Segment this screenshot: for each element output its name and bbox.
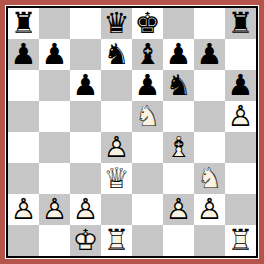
- black-queen-glyph: ♛: [101, 8, 132, 39]
- white-knight-outline: ♘: [194, 163, 225, 194]
- square-d8[interactable]: ♛: [101, 8, 132, 39]
- white-pawn[interactable]: ♟♙: [39, 194, 70, 225]
- square-b3[interactable]: [39, 163, 70, 194]
- white-pawn[interactable]: ♟♙: [8, 194, 39, 225]
- white-king[interactable]: ♚♔: [70, 225, 101, 256]
- square-b6[interactable]: [39, 70, 70, 101]
- square-g6[interactable]: [194, 70, 225, 101]
- square-h7[interactable]: [225, 39, 256, 70]
- square-c3[interactable]: [70, 163, 101, 194]
- white-pawn[interactable]: ♟♙: [194, 194, 225, 225]
- square-c4[interactable]: [70, 132, 101, 163]
- black-pawn[interactable]: ♟: [39, 39, 70, 70]
- white-knight[interactable]: ♞♘: [132, 101, 163, 132]
- white-king-outline: ♔: [70, 225, 101, 256]
- black-rook[interactable]: ♜: [8, 8, 39, 39]
- square-b4[interactable]: [39, 132, 70, 163]
- black-pawn-glyph: ♟: [132, 70, 163, 101]
- square-d7[interactable]: ♞: [101, 39, 132, 70]
- square-h2[interactable]: [225, 194, 256, 225]
- square-c8[interactable]: [70, 8, 101, 39]
- square-c5[interactable]: [70, 101, 101, 132]
- square-f3[interactable]: [163, 163, 194, 194]
- square-d1[interactable]: ♜♖: [101, 225, 132, 256]
- square-e2[interactable]: [132, 194, 163, 225]
- white-pawn-fill: ♟: [8, 194, 39, 225]
- white-king-fill: ♚: [70, 225, 101, 256]
- white-rook[interactable]: ♜♖: [225, 225, 256, 256]
- square-d6[interactable]: [101, 70, 132, 101]
- square-a3[interactable]: [8, 163, 39, 194]
- white-pawn[interactable]: ♟♙: [70, 194, 101, 225]
- square-e4[interactable]: [132, 132, 163, 163]
- white-bishop[interactable]: ♝♗: [163, 132, 194, 163]
- square-h5[interactable]: ♟♙: [225, 101, 256, 132]
- square-f8[interactable]: [163, 8, 194, 39]
- diagram-inner-gap: ♜♛♚♜♟♟♞♝♟♟♟♟♞♟♞♘♟♙♟♙♝♗♛♕♞♘♟♙♟♙♟♙♟♙♟♙♚♔♜♖…: [5, 5, 259, 259]
- square-f5[interactable]: [163, 101, 194, 132]
- white-knight[interactable]: ♞♘: [194, 163, 225, 194]
- square-g2[interactable]: ♟♙: [194, 194, 225, 225]
- black-king-glyph: ♚: [132, 8, 163, 39]
- white-queen[interactable]: ♛♕: [101, 163, 132, 194]
- black-knight[interactable]: ♞: [101, 39, 132, 70]
- black-pawn-glyph: ♟: [39, 39, 70, 70]
- black-bishop[interactable]: ♝: [132, 39, 163, 70]
- square-h8[interactable]: ♜: [225, 8, 256, 39]
- square-e8[interactable]: ♚: [132, 8, 163, 39]
- square-f2[interactable]: ♟♙: [163, 194, 194, 225]
- square-c2[interactable]: ♟♙: [70, 194, 101, 225]
- black-bishop-glyph: ♝: [132, 39, 163, 70]
- square-a8[interactable]: ♜: [8, 8, 39, 39]
- square-b7[interactable]: ♟: [39, 39, 70, 70]
- white-pawn-outline: ♙: [194, 194, 225, 225]
- white-pawn-fill: ♟: [225, 101, 256, 132]
- black-knight-glyph: ♞: [163, 70, 194, 101]
- white-pawn-outline: ♙: [225, 101, 256, 132]
- chess-board: ♜♛♚♜♟♟♞♝♟♟♟♟♞♟♞♘♟♙♟♙♝♗♛♕♞♘♟♙♟♙♟♙♟♙♟♙♚♔♜♖…: [8, 8, 256, 256]
- white-pawn-fill: ♟: [70, 194, 101, 225]
- white-pawn[interactable]: ♟♙: [225, 101, 256, 132]
- white-knight-fill: ♞: [132, 101, 163, 132]
- white-queen-outline: ♕: [101, 163, 132, 194]
- square-a7[interactable]: ♟: [8, 39, 39, 70]
- square-h1[interactable]: ♜♖: [225, 225, 256, 256]
- square-g7[interactable]: ♟: [194, 39, 225, 70]
- black-pawn-glyph: ♟: [8, 39, 39, 70]
- white-knight-fill: ♞: [194, 163, 225, 194]
- white-rook-fill: ♜: [225, 225, 256, 256]
- black-king[interactable]: ♚: [132, 8, 163, 39]
- square-g1[interactable]: [194, 225, 225, 256]
- white-pawn-outline: ♙: [70, 194, 101, 225]
- white-pawn-outline: ♙: [163, 194, 194, 225]
- black-pawn[interactable]: ♟: [163, 39, 194, 70]
- board-frame: ♜♛♚♜♟♟♞♝♟♟♟♟♞♟♞♘♟♙♟♙♝♗♛♕♞♘♟♙♟♙♟♙♟♙♟♙♚♔♜♖…: [6, 6, 258, 258]
- white-knight-outline: ♘: [132, 101, 163, 132]
- white-rook-fill: ♜: [101, 225, 132, 256]
- square-b5[interactable]: [39, 101, 70, 132]
- square-b8[interactable]: [39, 8, 70, 39]
- square-f6[interactable]: ♞: [163, 70, 194, 101]
- square-a6[interactable]: [8, 70, 39, 101]
- square-a5[interactable]: [8, 101, 39, 132]
- square-d5[interactable]: [101, 101, 132, 132]
- square-h4[interactable]: [225, 132, 256, 163]
- white-rook[interactable]: ♜♖: [101, 225, 132, 256]
- square-a2[interactable]: ♟♙: [8, 194, 39, 225]
- square-g8[interactable]: [194, 8, 225, 39]
- black-knight[interactable]: ♞: [163, 70, 194, 101]
- square-a1[interactable]: [8, 225, 39, 256]
- white-pawn-fill: ♟: [39, 194, 70, 225]
- black-knight-glyph: ♞: [101, 39, 132, 70]
- black-pawn[interactable]: ♟: [132, 70, 163, 101]
- square-f1[interactable]: [163, 225, 194, 256]
- white-pawn[interactable]: ♟♙: [163, 194, 194, 225]
- square-f4[interactable]: ♝♗: [163, 132, 194, 163]
- square-e6[interactable]: ♟: [132, 70, 163, 101]
- black-pawn[interactable]: ♟: [70, 70, 101, 101]
- white-bishop-outline: ♗: [163, 132, 194, 163]
- square-d2[interactable]: [101, 194, 132, 225]
- square-d3[interactable]: ♛♕: [101, 163, 132, 194]
- square-g5[interactable]: [194, 101, 225, 132]
- square-e7[interactable]: ♝: [132, 39, 163, 70]
- square-e5[interactable]: ♞♘: [132, 101, 163, 132]
- square-d4[interactable]: ♟♙: [101, 132, 132, 163]
- black-pawn-glyph: ♟: [163, 39, 194, 70]
- black-pawn-glyph: ♟: [194, 39, 225, 70]
- white-pawn-fill: ♟: [101, 132, 132, 163]
- white-queen-fill: ♛: [101, 163, 132, 194]
- square-f7[interactable]: ♟: [163, 39, 194, 70]
- square-b1[interactable]: [39, 225, 70, 256]
- diagram-outer-border: ♜♛♚♜♟♟♞♝♟♟♟♟♞♟♞♘♟♙♟♙♝♗♛♕♞♘♟♙♟♙♟♙♟♙♟♙♚♔♜♖…: [0, 0, 264, 264]
- white-pawn-fill: ♟: [194, 194, 225, 225]
- square-e1[interactable]: [132, 225, 163, 256]
- black-pawn-glyph: ♟: [70, 70, 101, 101]
- white-rook-outline: ♖: [225, 225, 256, 256]
- white-pawn-outline: ♙: [101, 132, 132, 163]
- square-b2[interactable]: ♟♙: [39, 194, 70, 225]
- white-bishop-fill: ♝: [163, 132, 194, 163]
- black-rook-glyph: ♜: [8, 8, 39, 39]
- square-c7[interactable]: [70, 39, 101, 70]
- square-a4[interactable]: [8, 132, 39, 163]
- white-rook-outline: ♖: [101, 225, 132, 256]
- white-pawn-fill: ♟: [163, 194, 194, 225]
- white-pawn-outline: ♙: [8, 194, 39, 225]
- black-pawn[interactable]: ♟: [225, 70, 256, 101]
- square-g4[interactable]: [194, 132, 225, 163]
- square-g3[interactable]: ♞♘: [194, 163, 225, 194]
- square-c6[interactable]: ♟: [70, 70, 101, 101]
- white-pawn-outline: ♙: [39, 194, 70, 225]
- black-pawn-glyph: ♟: [225, 70, 256, 101]
- black-pawn[interactable]: ♟: [8, 39, 39, 70]
- black-pawn[interactable]: ♟: [194, 39, 225, 70]
- square-e3[interactable]: [132, 163, 163, 194]
- white-pawn[interactable]: ♟♙: [101, 132, 132, 163]
- black-rook-glyph: ♜: [225, 8, 256, 39]
- black-queen[interactable]: ♛: [101, 8, 132, 39]
- square-h6[interactable]: ♟: [225, 70, 256, 101]
- square-h3[interactable]: [225, 163, 256, 194]
- square-c1[interactable]: ♚♔: [70, 225, 101, 256]
- black-rook[interactable]: ♜: [225, 8, 256, 39]
